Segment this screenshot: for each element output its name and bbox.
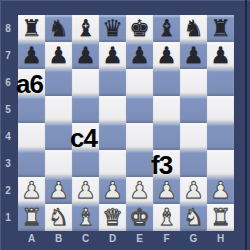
square-g3[interactable] xyxy=(180,150,207,177)
piece-white-bishop[interactable]: ♝ xyxy=(156,204,177,231)
square-h5[interactable] xyxy=(207,96,234,123)
square-b4[interactable] xyxy=(45,123,72,150)
square-e5[interactable] xyxy=(126,96,153,123)
square-e4[interactable] xyxy=(126,123,153,150)
square-f8[interactable]: ♝ xyxy=(153,15,180,42)
square-c6[interactable] xyxy=(72,69,99,96)
square-g6[interactable] xyxy=(180,69,207,96)
square-b8[interactable]: ♞ xyxy=(45,15,72,42)
piece-white-king[interactable]: ♚ xyxy=(129,204,150,231)
square-d5[interactable] xyxy=(99,96,126,123)
file-label-c: C xyxy=(72,233,99,244)
square-h1[interactable]: ♜ xyxy=(207,204,234,231)
piece-white-knight[interactable]: ♞ xyxy=(48,204,69,231)
square-c1[interactable]: ♝ xyxy=(72,204,99,231)
square-c7[interactable]: ♟ xyxy=(72,42,99,69)
square-h7[interactable]: ♟ xyxy=(207,42,234,69)
rank-label-5: 5 xyxy=(0,96,16,123)
piece-black-pawn[interactable]: ♟ xyxy=(210,42,231,69)
square-d3[interactable] xyxy=(99,150,126,177)
square-a2[interactable]: ♟ xyxy=(18,177,45,204)
square-h2[interactable]: ♟ xyxy=(207,177,234,204)
square-f4[interactable] xyxy=(153,123,180,150)
piece-white-pawn[interactable]: ♟ xyxy=(129,177,150,204)
square-f5[interactable] xyxy=(153,96,180,123)
square-d4[interactable] xyxy=(99,123,126,150)
square-d8[interactable]: ♛ xyxy=(99,15,126,42)
square-c5[interactable] xyxy=(72,96,99,123)
square-e1[interactable]: ♚ xyxy=(126,204,153,231)
square-g5[interactable] xyxy=(180,96,207,123)
piece-black-rook[interactable]: ♜ xyxy=(210,15,231,42)
square-e2[interactable]: ♟ xyxy=(126,177,153,204)
rank-label-4: 4 xyxy=(0,123,16,150)
square-b7[interactable]: ♟ xyxy=(45,42,72,69)
chess-board-frame: ♜♞♝♛♚♝♞♜♟♟♟♟♟♟♟♟♟♟♟♟♟♟♟♟♜♞♝♛♚♝♞♜ 8765432… xyxy=(0,0,250,250)
square-e8[interactable]: ♚ xyxy=(126,15,153,42)
rank-label-1: 1 xyxy=(0,204,16,231)
square-f1[interactable]: ♝ xyxy=(153,204,180,231)
file-label-g: G xyxy=(180,233,207,244)
square-g2[interactable]: ♟ xyxy=(180,177,207,204)
piece-black-pawn[interactable]: ♟ xyxy=(48,42,69,69)
square-d2[interactable]: ♟ xyxy=(99,177,126,204)
square-g8[interactable]: ♞ xyxy=(180,15,207,42)
square-b2[interactable]: ♟ xyxy=(45,177,72,204)
piece-white-pawn[interactable]: ♟ xyxy=(156,177,177,204)
square-d7[interactable]: ♟ xyxy=(99,42,126,69)
square-h3[interactable] xyxy=(207,150,234,177)
square-h6[interactable] xyxy=(207,69,234,96)
square-f3[interactable] xyxy=(153,150,180,177)
square-a6[interactable] xyxy=(18,69,45,96)
piece-black-pawn[interactable]: ♟ xyxy=(183,42,204,69)
piece-black-rook[interactable]: ♜ xyxy=(21,15,42,42)
square-a8[interactable]: ♜ xyxy=(18,15,45,42)
square-g4[interactable] xyxy=(180,123,207,150)
file-label-h: H xyxy=(207,233,234,244)
piece-white-pawn[interactable]: ♟ xyxy=(183,177,204,204)
square-d1[interactable]: ♛ xyxy=(99,204,126,231)
piece-black-pawn[interactable]: ♟ xyxy=(156,42,177,69)
square-h8[interactable]: ♜ xyxy=(207,15,234,42)
square-f6[interactable] xyxy=(153,69,180,96)
file-label-d: D xyxy=(99,233,126,244)
square-g7[interactable]: ♟ xyxy=(180,42,207,69)
square-c3[interactable] xyxy=(72,150,99,177)
square-c4[interactable] xyxy=(72,123,99,150)
square-b5[interactable] xyxy=(45,96,72,123)
square-f2[interactable]: ♟ xyxy=(153,177,180,204)
square-c2[interactable]: ♟ xyxy=(72,177,99,204)
file-label-e: E xyxy=(126,233,153,244)
piece-black-bishop[interactable]: ♝ xyxy=(156,15,177,42)
piece-white-rook[interactable]: ♜ xyxy=(21,204,42,231)
square-e7[interactable]: ♟ xyxy=(126,42,153,69)
square-a1[interactable]: ♜ xyxy=(18,204,45,231)
square-a7[interactable]: ♟ xyxy=(18,42,45,69)
piece-black-pawn[interactable]: ♟ xyxy=(129,42,150,69)
square-b1[interactable]: ♞ xyxy=(45,204,72,231)
piece-black-bishop[interactable]: ♝ xyxy=(75,15,96,42)
piece-black-queen[interactable]: ♛ xyxy=(102,15,123,42)
square-g1[interactable]: ♞ xyxy=(180,204,207,231)
square-h4[interactable] xyxy=(207,123,234,150)
file-label-f: F xyxy=(153,233,180,244)
piece-white-pawn[interactable]: ♟ xyxy=(21,177,42,204)
piece-black-pawn[interactable]: ♟ xyxy=(75,42,96,69)
square-e3[interactable] xyxy=(126,150,153,177)
file-label-a: A xyxy=(18,233,45,244)
piece-black-pawn[interactable]: ♟ xyxy=(21,42,42,69)
piece-white-queen[interactable]: ♛ xyxy=(102,204,123,231)
piece-black-knight[interactable]: ♞ xyxy=(183,15,204,42)
piece-black-knight[interactable]: ♞ xyxy=(48,15,69,42)
rank-label-8: 8 xyxy=(0,15,16,42)
piece-white-knight[interactable]: ♞ xyxy=(183,204,204,231)
piece-white-bishop[interactable]: ♝ xyxy=(75,204,96,231)
piece-white-pawn[interactable]: ♟ xyxy=(210,177,231,204)
square-a4[interactable] xyxy=(18,123,45,150)
square-e6[interactable] xyxy=(126,69,153,96)
rank-label-6: 6 xyxy=(0,69,16,96)
file-label-b: B xyxy=(45,233,72,244)
piece-black-pawn[interactable]: ♟ xyxy=(102,42,123,69)
chess-board: ♜♞♝♛♚♝♞♜♟♟♟♟♟♟♟♟♟♟♟♟♟♟♟♟♜♞♝♛♚♝♞♜ xyxy=(18,15,234,231)
square-d6[interactable] xyxy=(99,69,126,96)
square-c8[interactable]: ♝ xyxy=(72,15,99,42)
rank-label-2: 2 xyxy=(0,177,16,204)
frame-edge-shadow xyxy=(245,0,247,250)
square-b3[interactable] xyxy=(45,150,72,177)
piece-white-pawn[interactable]: ♟ xyxy=(75,177,96,204)
piece-white-pawn[interactable]: ♟ xyxy=(102,177,123,204)
piece-black-king[interactable]: ♚ xyxy=(129,15,150,42)
rank-label-7: 7 xyxy=(0,42,16,69)
square-f7[interactable]: ♟ xyxy=(153,42,180,69)
piece-white-rook[interactable]: ♜ xyxy=(210,204,231,231)
rank-label-3: 3 xyxy=(0,150,16,177)
square-b6[interactable] xyxy=(45,69,72,96)
square-a5[interactable] xyxy=(18,96,45,123)
square-a3[interactable] xyxy=(18,150,45,177)
piece-white-pawn[interactable]: ♟ xyxy=(48,177,69,204)
